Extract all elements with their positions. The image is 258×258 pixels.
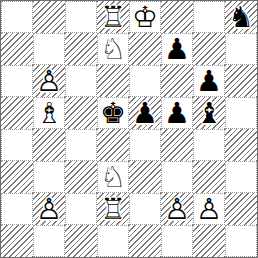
square-f3[interactable] bbox=[161, 161, 193, 193]
square-b5[interactable]: ♝♗ bbox=[33, 97, 65, 129]
square-g7[interactable] bbox=[193, 33, 225, 65]
piece-white-bishop-b5[interactable]: ♝♗ bbox=[33, 97, 65, 129]
square-c2[interactable] bbox=[65, 193, 97, 225]
white-pawn-icon: ♙ bbox=[36, 193, 62, 225]
square-c4[interactable] bbox=[65, 129, 97, 161]
square-b4[interactable] bbox=[33, 129, 65, 161]
square-f4[interactable] bbox=[161, 129, 193, 161]
piece-white-knight-d3[interactable]: ♞♘ bbox=[97, 161, 129, 193]
piece-white-pawn-f2[interactable]: ♟♙ bbox=[161, 193, 193, 225]
square-f5[interactable]: ♟♟ bbox=[161, 97, 193, 129]
piece-white-rook-d2[interactable]: ♜♖ bbox=[97, 193, 129, 225]
square-b1[interactable] bbox=[33, 225, 65, 257]
square-h3[interactable] bbox=[225, 161, 257, 193]
square-h5[interactable] bbox=[225, 97, 257, 129]
square-h6[interactable] bbox=[225, 65, 257, 97]
square-f2[interactable]: ♟♙ bbox=[161, 193, 193, 225]
white-knight-icon: ♘ bbox=[100, 161, 126, 193]
square-c1[interactable] bbox=[65, 225, 97, 257]
square-g4[interactable] bbox=[193, 129, 225, 161]
square-f8[interactable] bbox=[161, 1, 193, 33]
square-c8[interactable] bbox=[65, 1, 97, 33]
black-king-icon: ♚ bbox=[100, 97, 126, 129]
square-e4[interactable] bbox=[129, 129, 161, 161]
piece-white-pawn-b6[interactable]: ♟♙ bbox=[33, 65, 65, 97]
square-b6[interactable]: ♟♙ bbox=[33, 65, 65, 97]
square-e7[interactable] bbox=[129, 33, 161, 65]
piece-black-king-d5[interactable]: ♚♚ bbox=[97, 97, 129, 129]
piece-white-pawn-b2[interactable]: ♟♙ bbox=[33, 193, 65, 225]
white-king-icon: ♔ bbox=[132, 1, 158, 33]
piece-white-rook-d8[interactable]: ♜♖ bbox=[97, 1, 129, 33]
chess-board: ♜♖♚♔♞♞♞♘♟♟♟♙♟♟♝♗♚♚♟♟♟♟♝♝♞♘♟♙♜♖♟♙♟♙ bbox=[0, 0, 258, 258]
square-c6[interactable] bbox=[65, 65, 97, 97]
square-g2[interactable]: ♟♙ bbox=[193, 193, 225, 225]
square-a6[interactable] bbox=[1, 65, 33, 97]
square-e3[interactable] bbox=[129, 161, 161, 193]
square-g3[interactable] bbox=[193, 161, 225, 193]
black-pawn-icon: ♟ bbox=[164, 33, 190, 65]
square-e8[interactable]: ♚♔ bbox=[129, 1, 161, 33]
black-pawn-icon: ♟ bbox=[164, 97, 190, 129]
square-d4[interactable] bbox=[97, 129, 129, 161]
square-a4[interactable] bbox=[1, 129, 33, 161]
square-g5[interactable]: ♝♝ bbox=[193, 97, 225, 129]
square-f1[interactable] bbox=[161, 225, 193, 257]
piece-black-pawn-f7[interactable]: ♟♟ bbox=[161, 33, 193, 65]
piece-black-pawn-g6[interactable]: ♟♟ bbox=[193, 65, 225, 97]
piece-white-pawn-g2[interactable]: ♟♙ bbox=[193, 193, 225, 225]
chess-diagram: ♜♖♚♔♞♞♞♘♟♟♟♙♟♟♝♗♚♚♟♟♟♟♝♝♞♘♟♙♜♖♟♙♟♙ bbox=[0, 0, 258, 258]
square-d7[interactable]: ♞♘ bbox=[97, 33, 129, 65]
square-h2[interactable] bbox=[225, 193, 257, 225]
square-c3[interactable] bbox=[65, 161, 97, 193]
square-e1[interactable] bbox=[129, 225, 161, 257]
square-g8[interactable] bbox=[193, 1, 225, 33]
white-knight-icon: ♘ bbox=[100, 33, 126, 65]
white-pawn-icon: ♙ bbox=[164, 193, 190, 225]
square-g1[interactable] bbox=[193, 225, 225, 257]
square-a2[interactable] bbox=[1, 193, 33, 225]
piece-white-knight-d7[interactable]: ♞♘ bbox=[97, 33, 129, 65]
square-a3[interactable] bbox=[1, 161, 33, 193]
square-c7[interactable] bbox=[65, 33, 97, 65]
square-g6[interactable]: ♟♟ bbox=[193, 65, 225, 97]
piece-black-bishop-g5[interactable]: ♝♝ bbox=[193, 97, 225, 129]
piece-black-knight-h8[interactable]: ♞♞ bbox=[225, 1, 257, 33]
square-d2[interactable]: ♜♖ bbox=[97, 193, 129, 225]
piece-black-pawn-e5[interactable]: ♟♟ bbox=[129, 97, 161, 129]
black-bishop-icon: ♝ bbox=[196, 97, 222, 129]
piece-white-king-e8[interactable]: ♚♔ bbox=[129, 1, 161, 33]
square-e2[interactable] bbox=[129, 193, 161, 225]
black-pawn-icon: ♟ bbox=[196, 65, 222, 97]
white-rook-icon: ♖ bbox=[100, 193, 126, 225]
piece-black-pawn-f5[interactable]: ♟♟ bbox=[161, 97, 193, 129]
square-e5[interactable]: ♟♟ bbox=[129, 97, 161, 129]
square-d5[interactable]: ♚♚ bbox=[97, 97, 129, 129]
square-d1[interactable] bbox=[97, 225, 129, 257]
square-h1[interactable] bbox=[225, 225, 257, 257]
white-bishop-icon: ♗ bbox=[36, 97, 62, 129]
black-pawn-icon: ♟ bbox=[132, 97, 158, 129]
white-pawn-icon: ♙ bbox=[196, 193, 222, 225]
white-rook-icon: ♖ bbox=[100, 1, 126, 33]
square-h7[interactable] bbox=[225, 33, 257, 65]
square-c5[interactable] bbox=[65, 97, 97, 129]
square-b7[interactable] bbox=[33, 33, 65, 65]
square-d6[interactable] bbox=[97, 65, 129, 97]
white-pawn-icon: ♙ bbox=[36, 65, 62, 97]
square-h4[interactable] bbox=[225, 129, 257, 161]
square-h8[interactable]: ♞♞ bbox=[225, 1, 257, 33]
square-b3[interactable] bbox=[33, 161, 65, 193]
square-d8[interactable]: ♜♖ bbox=[97, 1, 129, 33]
square-a8[interactable] bbox=[1, 1, 33, 33]
black-knight-icon: ♞ bbox=[228, 1, 254, 33]
square-e6[interactable] bbox=[129, 65, 161, 97]
square-f6[interactable] bbox=[161, 65, 193, 97]
square-a5[interactable] bbox=[1, 97, 33, 129]
square-a1[interactable] bbox=[1, 225, 33, 257]
square-b8[interactable] bbox=[33, 1, 65, 33]
square-b2[interactable]: ♟♙ bbox=[33, 193, 65, 225]
square-a7[interactable] bbox=[1, 33, 33, 65]
square-f7[interactable]: ♟♟ bbox=[161, 33, 193, 65]
square-d3[interactable]: ♞♘ bbox=[97, 161, 129, 193]
